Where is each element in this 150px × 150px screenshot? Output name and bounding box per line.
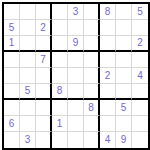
- cell-r4c4[interactable]: [52, 52, 68, 68]
- cell-r2c5[interactable]: [68, 20, 84, 36]
- cell-r5c5[interactable]: [68, 68, 84, 84]
- cell-r7c7[interactable]: [100, 100, 116, 116]
- cell-r6c8[interactable]: [116, 84, 132, 100]
- cell-r1c3[interactable]: [36, 4, 52, 20]
- sudoku-board: 38552192724588561349: [2, 2, 150, 150]
- cell-r9c1[interactable]: [4, 132, 20, 148]
- cell-r8c9[interactable]: [132, 116, 148, 132]
- cell-r7c8: 5: [116, 100, 132, 116]
- cell-r3c6[interactable]: [84, 36, 100, 52]
- cell-r9c5[interactable]: [68, 132, 84, 148]
- cell-r9c7: 4: [100, 132, 116, 148]
- cell-r2c3: 2: [36, 20, 52, 36]
- cell-r2c4[interactable]: [52, 20, 68, 36]
- cell-r3c7[interactable]: [100, 36, 116, 52]
- cell-r4c9[interactable]: [132, 52, 148, 68]
- cell-r5c8[interactable]: [116, 68, 132, 84]
- cell-r6c7[interactable]: [100, 84, 116, 100]
- cell-r3c2[interactable]: [20, 36, 36, 52]
- cell-r1c2[interactable]: [20, 4, 36, 20]
- cell-r7c5[interactable]: [68, 100, 84, 116]
- cell-r1c6[interactable]: [84, 4, 100, 20]
- cell-r1c8[interactable]: [116, 4, 132, 20]
- cell-r4c3: 7: [36, 52, 52, 68]
- cell-r9c2: 3: [20, 132, 36, 148]
- cell-r5c1[interactable]: [4, 68, 20, 84]
- cell-r6c2: 5: [20, 84, 36, 100]
- cell-r8c1: 6: [4, 116, 20, 132]
- cell-r6c3[interactable]: [36, 84, 52, 100]
- cell-r3c1: 1: [4, 36, 20, 52]
- cell-r7c9[interactable]: [132, 100, 148, 116]
- cell-r9c6[interactable]: [84, 132, 100, 148]
- cell-r2c7[interactable]: [100, 20, 116, 36]
- cell-r2c1: 5: [4, 20, 20, 36]
- cell-r2c9[interactable]: [132, 20, 148, 36]
- cell-r2c8[interactable]: [116, 20, 132, 36]
- cell-r7c1[interactable]: [4, 100, 20, 116]
- cell-r3c3[interactable]: [36, 36, 52, 52]
- cell-r3c9: 2: [132, 36, 148, 52]
- cell-r3c8[interactable]: [116, 36, 132, 52]
- cell-r9c3[interactable]: [36, 132, 52, 148]
- cell-r8c4: 1: [52, 116, 68, 132]
- cell-r8c2[interactable]: [20, 116, 36, 132]
- cell-r3c4[interactable]: [52, 36, 68, 52]
- cell-r1c1[interactable]: [4, 4, 20, 20]
- cell-r6c9[interactable]: [132, 84, 148, 100]
- cell-r5c7: 2: [100, 68, 116, 84]
- cell-r8c5[interactable]: [68, 116, 84, 132]
- cell-r6c5[interactable]: [68, 84, 84, 100]
- cell-r4c2[interactable]: [20, 52, 36, 68]
- cell-r1c7: 8: [100, 4, 116, 20]
- cell-r4c8[interactable]: [116, 52, 132, 68]
- cell-r9c8: 9: [116, 132, 132, 148]
- cell-r5c6[interactable]: [84, 68, 100, 84]
- cell-r5c4[interactable]: [52, 68, 68, 84]
- cell-r6c1[interactable]: [4, 84, 20, 100]
- cell-r1c5: 3: [68, 4, 84, 20]
- cell-r9c4[interactable]: [52, 132, 68, 148]
- cell-r6c6[interactable]: [84, 84, 100, 100]
- cell-r4c5[interactable]: [68, 52, 84, 68]
- cell-r8c8[interactable]: [116, 116, 132, 132]
- cell-r8c6[interactable]: [84, 116, 100, 132]
- cell-r6c4: 8: [52, 84, 68, 100]
- cell-r9c9[interactable]: [132, 132, 148, 148]
- cell-r8c7[interactable]: [100, 116, 116, 132]
- cell-r4c6[interactable]: [84, 52, 100, 68]
- cell-r1c4[interactable]: [52, 4, 68, 20]
- cell-r5c9: 4: [132, 68, 148, 84]
- cell-r7c4[interactable]: [52, 100, 68, 116]
- cell-r4c7[interactable]: [100, 52, 116, 68]
- cell-r2c6[interactable]: [84, 20, 100, 36]
- cell-r3c5: 9: [68, 36, 84, 52]
- cell-r2c2[interactable]: [20, 20, 36, 36]
- cell-r8c3[interactable]: [36, 116, 52, 132]
- cell-r5c3[interactable]: [36, 68, 52, 84]
- cell-r7c6: 8: [84, 100, 100, 116]
- cell-r5c2[interactable]: [20, 68, 36, 84]
- cell-r7c3[interactable]: [36, 100, 52, 116]
- cell-r1c9: 5: [132, 4, 148, 20]
- cell-r7c2[interactable]: [20, 100, 36, 116]
- cell-r4c1[interactable]: [4, 52, 20, 68]
